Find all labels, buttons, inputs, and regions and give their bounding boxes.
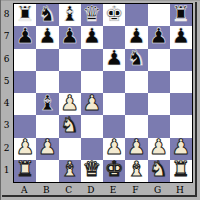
square-a4[interactable] (14, 93, 36, 115)
white-bishop-f1[interactable]: ♝ (127, 160, 146, 181)
white-pawn-b2[interactable]: ♟ (38, 138, 57, 159)
square-h1[interactable]: ♜ (170, 160, 192, 182)
square-c2[interactable] (59, 138, 81, 160)
black-knight-f6[interactable]: ♞ (127, 49, 146, 70)
rank-label-1: 1 (0, 159, 13, 181)
square-d3[interactable] (81, 115, 103, 137)
black-knight-b8[interactable]: ♞ (38, 4, 57, 25)
square-b1[interactable] (36, 160, 58, 182)
square-d7[interactable]: ♟ (81, 26, 103, 48)
square-d8[interactable]: ♛ (81, 4, 103, 26)
square-h3[interactable] (170, 115, 192, 137)
square-a2[interactable]: ♟ (14, 138, 36, 160)
black-bishop-c8[interactable]: ♝ (60, 4, 79, 25)
square-h6[interactable] (170, 49, 192, 71)
square-g1[interactable]: ♞ (148, 160, 170, 182)
square-a8[interactable]: ♜ (14, 4, 36, 26)
square-h8[interactable]: ♜ (170, 4, 192, 26)
square-d1[interactable]: ♛ (81, 160, 103, 182)
rank-label-6: 6 (0, 48, 13, 70)
rank-labels: 87654321 (0, 3, 13, 181)
square-e7[interactable] (103, 26, 125, 48)
square-c8[interactable]: ♝ (59, 4, 81, 26)
square-b2[interactable]: ♟ (36, 138, 58, 160)
square-a5[interactable] (14, 71, 36, 93)
black-pawn-a7[interactable]: ♟ (16, 26, 35, 47)
square-a6[interactable] (14, 49, 36, 71)
black-pawn-c7[interactable]: ♟ (60, 26, 79, 47)
square-f6[interactable]: ♞ (125, 49, 147, 71)
square-f2[interactable]: ♟ (125, 138, 147, 160)
square-c5[interactable] (59, 71, 81, 93)
square-f8[interactable] (125, 4, 147, 26)
square-f3[interactable] (125, 115, 147, 137)
white-pawn-g2[interactable]: ♟ (149, 138, 168, 159)
square-b7[interactable]: ♟ (36, 26, 58, 48)
white-pawn-f2[interactable]: ♟ (127, 138, 146, 159)
square-b6[interactable] (36, 49, 58, 71)
square-c7[interactable]: ♟ (59, 26, 81, 48)
white-knight-g1[interactable]: ♞ (149, 160, 168, 181)
white-rook-a1[interactable]: ♜ (16, 160, 35, 181)
square-e1[interactable]: ♚ (103, 160, 125, 182)
white-king-e1[interactable]: ♚ (105, 160, 124, 181)
black-pawn-h7[interactable]: ♟ (171, 26, 190, 47)
square-b5[interactable] (36, 71, 58, 93)
rank-label-4: 4 (0, 92, 13, 114)
white-pawn-c4[interactable]: ♟ (60, 93, 79, 114)
square-h4[interactable] (170, 93, 192, 115)
square-g4[interactable] (148, 93, 170, 115)
white-bishop-c1[interactable]: ♝ (60, 160, 79, 181)
square-a3[interactable] (14, 115, 36, 137)
square-h2[interactable]: ♟ (170, 138, 192, 160)
square-h7[interactable]: ♟ (170, 26, 192, 48)
square-d5[interactable] (81, 71, 103, 93)
white-pawn-d4[interactable]: ♟ (82, 93, 101, 114)
rank-label-3: 3 (0, 114, 13, 136)
white-rook-h1[interactable]: ♜ (171, 160, 190, 181)
square-d4[interactable]: ♟ (81, 93, 103, 115)
white-queen-d1[interactable]: ♛ (82, 160, 101, 181)
square-e8[interactable]: ♚ (103, 4, 125, 26)
black-bishop-b4[interactable]: ♝ (38, 93, 57, 114)
white-knight-c3[interactable]: ♞ (60, 115, 79, 136)
square-a1[interactable]: ♜ (14, 160, 36, 182)
rank-label-5: 5 (0, 70, 13, 92)
white-pawn-a2[interactable]: ♟ (16, 138, 35, 159)
square-f5[interactable] (125, 71, 147, 93)
board-shadow-right (195, 2, 197, 197)
square-e2[interactable]: ♟ (103, 138, 125, 160)
black-pawn-b7[interactable]: ♟ (38, 26, 57, 47)
black-queen-d8[interactable]: ♛ (82, 4, 101, 25)
black-rook-a8[interactable]: ♜ (16, 4, 35, 25)
black-pawn-g7[interactable]: ♟ (149, 26, 168, 47)
square-c1[interactable]: ♝ (59, 160, 81, 182)
white-pawn-e2[interactable]: ♟ (105, 138, 124, 159)
square-f7[interactable]: ♟ (125, 26, 147, 48)
square-b4[interactable]: ♝ (36, 93, 58, 115)
chess-board[interactable]: ♜♞♝♛♚♜♟♟♟♟♟♟♟♟♞♝♟♟♞♟♟♟♟♟♟♜♝♛♚♝♞♜ (13, 3, 193, 183)
rank-label-2: 2 (0, 137, 13, 159)
square-g6[interactable] (148, 49, 170, 71)
square-g8[interactable] (148, 4, 170, 26)
square-f1[interactable]: ♝ (125, 160, 147, 182)
square-b3[interactable] (36, 115, 58, 137)
square-d2[interactable] (81, 138, 103, 160)
square-c6[interactable] (59, 49, 81, 71)
square-g7[interactable]: ♟ (148, 26, 170, 48)
square-d6[interactable] (81, 49, 103, 71)
chess-app-window: 87654321 ♜♞♝♛♚♜♟♟♟♟♟♟♟♟♞♝♟♟♞♟♟♟♟♟♟♜♝♛♚♝♞… (0, 0, 200, 200)
board-shadow-bottom (2, 195, 197, 197)
white-pawn-h2[interactable]: ♟ (171, 138, 190, 159)
square-g2[interactable]: ♟ (148, 138, 170, 160)
square-c4[interactable]: ♟ (59, 93, 81, 115)
square-e3[interactable] (103, 115, 125, 137)
square-e4[interactable] (103, 93, 125, 115)
frame-top-edge (0, 0, 200, 1)
square-g3[interactable] (148, 115, 170, 137)
square-h5[interactable] (170, 71, 192, 93)
square-f4[interactable] (125, 93, 147, 115)
black-pawn-d7[interactable]: ♟ (82, 26, 101, 47)
square-g5[interactable] (148, 71, 170, 93)
rank-label-8: 8 (0, 3, 13, 25)
square-a7[interactable]: ♟ (14, 26, 36, 48)
rank-label-7: 7 (0, 25, 13, 47)
square-e6[interactable]: ♟ (103, 49, 125, 71)
square-e5[interactable] (103, 71, 125, 93)
black-pawn-f7[interactable]: ♟ (127, 26, 146, 47)
square-c3[interactable]: ♞ (59, 115, 81, 137)
square-b8[interactable]: ♞ (36, 4, 58, 26)
black-king-e8[interactable]: ♚ (105, 4, 124, 25)
black-pawn-e6[interactable]: ♟ (105, 49, 124, 70)
black-rook-h8[interactable]: ♜ (171, 4, 190, 25)
